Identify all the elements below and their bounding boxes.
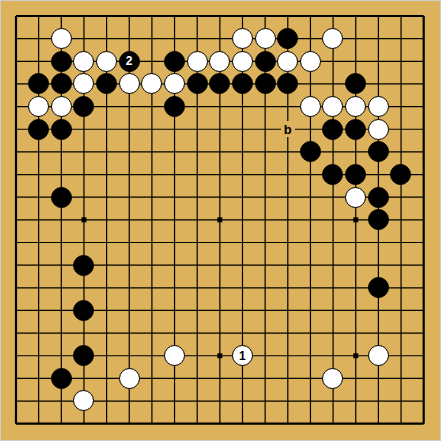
intersection bbox=[254, 208, 277, 231]
intersection bbox=[50, 231, 73, 254]
intersection bbox=[27, 299, 50, 322]
intersection bbox=[276, 322, 299, 345]
intersection bbox=[231, 118, 254, 141]
intersection bbox=[412, 367, 435, 390]
intersection bbox=[299, 186, 322, 209]
black-stone bbox=[255, 51, 276, 72]
black-stone bbox=[73, 255, 94, 276]
intersection bbox=[27, 208, 50, 231]
intersection bbox=[231, 186, 254, 209]
intersection bbox=[95, 73, 118, 96]
black-stone bbox=[322, 164, 343, 185]
intersection bbox=[186, 299, 209, 322]
intersection bbox=[276, 390, 299, 413]
intersection bbox=[5, 95, 28, 118]
black-stone bbox=[368, 187, 389, 208]
intersection bbox=[50, 367, 73, 390]
white-stone bbox=[51, 28, 72, 49]
intersection bbox=[367, 95, 390, 118]
intersection bbox=[50, 5, 73, 28]
intersection bbox=[186, 186, 209, 209]
intersection bbox=[141, 5, 164, 28]
intersection bbox=[118, 208, 141, 231]
intersection bbox=[367, 186, 390, 209]
intersection bbox=[276, 367, 299, 390]
intersection bbox=[322, 344, 345, 367]
intersection bbox=[95, 118, 118, 141]
intersection bbox=[390, 95, 413, 118]
intersection bbox=[5, 118, 28, 141]
intersection bbox=[50, 412, 73, 435]
intersection bbox=[163, 5, 186, 28]
black-stone bbox=[345, 73, 366, 94]
intersection bbox=[367, 27, 390, 50]
intersection bbox=[73, 412, 96, 435]
white-stone bbox=[164, 73, 185, 94]
black-stone bbox=[28, 119, 49, 140]
intersection bbox=[163, 390, 186, 413]
intersection bbox=[344, 254, 367, 277]
black-stone bbox=[51, 187, 72, 208]
intersection bbox=[141, 276, 164, 299]
intersection bbox=[73, 163, 96, 186]
intersection bbox=[95, 208, 118, 231]
intersection bbox=[299, 95, 322, 118]
intersection bbox=[299, 254, 322, 277]
intersection bbox=[231, 254, 254, 277]
point-label-b: b bbox=[281, 121, 295, 137]
intersection bbox=[322, 141, 345, 164]
intersection bbox=[186, 254, 209, 277]
intersection bbox=[73, 276, 96, 299]
intersection bbox=[141, 95, 164, 118]
intersection bbox=[276, 208, 299, 231]
intersection bbox=[95, 27, 118, 50]
intersection bbox=[344, 344, 367, 367]
intersection bbox=[412, 254, 435, 277]
white-stone bbox=[322, 96, 343, 117]
intersection bbox=[254, 118, 277, 141]
intersection bbox=[231, 412, 254, 435]
white-stone bbox=[73, 51, 94, 72]
intersection bbox=[118, 276, 141, 299]
black-stone bbox=[51, 73, 72, 94]
intersection bbox=[276, 5, 299, 28]
intersection bbox=[322, 5, 345, 28]
black-stone bbox=[345, 119, 366, 140]
intersection bbox=[322, 412, 345, 435]
intersection bbox=[322, 163, 345, 186]
intersection bbox=[254, 299, 277, 322]
intersection bbox=[5, 163, 28, 186]
intersection bbox=[231, 367, 254, 390]
intersection bbox=[27, 73, 50, 96]
white-stone-move-1: 1 bbox=[232, 345, 253, 366]
intersection bbox=[390, 367, 413, 390]
intersection bbox=[254, 27, 277, 50]
intersection bbox=[254, 231, 277, 254]
intersection bbox=[50, 186, 73, 209]
intersection bbox=[254, 412, 277, 435]
intersection bbox=[50, 322, 73, 345]
intersection bbox=[27, 27, 50, 50]
intersection bbox=[73, 208, 96, 231]
intersection bbox=[299, 163, 322, 186]
white-stone bbox=[141, 73, 162, 94]
intersection bbox=[5, 208, 28, 231]
intersection bbox=[367, 276, 390, 299]
intersection bbox=[344, 299, 367, 322]
intersection bbox=[344, 141, 367, 164]
intersection bbox=[231, 95, 254, 118]
black-stone bbox=[209, 73, 230, 94]
white-stone bbox=[368, 119, 389, 140]
white-stone bbox=[232, 28, 253, 49]
intersection bbox=[254, 254, 277, 277]
intersection bbox=[186, 322, 209, 345]
intersection bbox=[118, 367, 141, 390]
intersection bbox=[231, 73, 254, 96]
intersection bbox=[254, 367, 277, 390]
black-stone bbox=[164, 51, 185, 72]
intersection bbox=[5, 412, 28, 435]
intersection bbox=[412, 5, 435, 28]
intersection bbox=[231, 322, 254, 345]
intersection bbox=[5, 322, 28, 345]
intersection bbox=[276, 276, 299, 299]
intersection bbox=[50, 163, 73, 186]
intersection bbox=[118, 118, 141, 141]
intersection bbox=[390, 231, 413, 254]
intersection bbox=[412, 276, 435, 299]
intersection bbox=[5, 5, 28, 28]
intersection bbox=[95, 186, 118, 209]
white-stone bbox=[187, 51, 208, 72]
intersection bbox=[27, 390, 50, 413]
intersection bbox=[118, 322, 141, 345]
intersection bbox=[73, 95, 96, 118]
intersection bbox=[50, 50, 73, 73]
intersection bbox=[208, 254, 231, 277]
white-stone bbox=[73, 73, 94, 94]
intersection bbox=[73, 73, 96, 96]
intersection bbox=[367, 322, 390, 345]
intersection bbox=[73, 27, 96, 50]
intersection bbox=[95, 231, 118, 254]
intersection bbox=[276, 231, 299, 254]
black-stone bbox=[390, 164, 411, 185]
intersection bbox=[367, 412, 390, 435]
intersection bbox=[322, 322, 345, 345]
intersection bbox=[299, 73, 322, 96]
intersection bbox=[412, 141, 435, 164]
intersection bbox=[163, 163, 186, 186]
intersection bbox=[186, 118, 209, 141]
intersection bbox=[208, 231, 231, 254]
intersection bbox=[27, 95, 50, 118]
intersection bbox=[322, 254, 345, 277]
intersection bbox=[5, 299, 28, 322]
intersection bbox=[231, 5, 254, 28]
intersection bbox=[390, 141, 413, 164]
intersection bbox=[276, 163, 299, 186]
intersection bbox=[367, 390, 390, 413]
black-stone bbox=[368, 141, 389, 162]
intersection bbox=[299, 50, 322, 73]
intersection bbox=[5, 367, 28, 390]
intersection bbox=[73, 141, 96, 164]
intersection bbox=[118, 299, 141, 322]
intersection bbox=[118, 73, 141, 96]
intersection bbox=[299, 299, 322, 322]
black-stone bbox=[277, 28, 298, 49]
intersection: 2 bbox=[118, 50, 141, 73]
white-stone bbox=[232, 51, 253, 72]
intersection bbox=[322, 27, 345, 50]
intersection bbox=[141, 299, 164, 322]
intersection bbox=[367, 344, 390, 367]
intersection bbox=[50, 390, 73, 413]
intersection bbox=[5, 50, 28, 73]
intersection bbox=[163, 344, 186, 367]
intersection bbox=[208, 367, 231, 390]
intersection bbox=[141, 322, 164, 345]
intersection bbox=[299, 322, 322, 345]
intersection bbox=[254, 276, 277, 299]
intersection bbox=[299, 390, 322, 413]
black-stone bbox=[277, 73, 298, 94]
black-stone bbox=[300, 141, 321, 162]
intersection bbox=[344, 95, 367, 118]
black-stone bbox=[51, 51, 72, 72]
intersection bbox=[390, 186, 413, 209]
intersection bbox=[118, 412, 141, 435]
intersection bbox=[118, 186, 141, 209]
intersection: b bbox=[276, 118, 299, 141]
intersection bbox=[186, 208, 209, 231]
intersection bbox=[208, 5, 231, 28]
white-stone bbox=[345, 187, 366, 208]
intersection bbox=[163, 322, 186, 345]
intersection bbox=[27, 412, 50, 435]
intersection bbox=[208, 299, 231, 322]
intersection bbox=[186, 412, 209, 435]
intersection bbox=[163, 186, 186, 209]
intersection bbox=[412, 50, 435, 73]
intersection bbox=[95, 141, 118, 164]
intersection bbox=[390, 118, 413, 141]
intersection bbox=[208, 50, 231, 73]
intersection bbox=[141, 163, 164, 186]
intersection bbox=[163, 299, 186, 322]
intersection bbox=[5, 390, 28, 413]
intersection bbox=[344, 231, 367, 254]
intersection bbox=[231, 27, 254, 50]
intersection bbox=[141, 208, 164, 231]
intersection bbox=[27, 367, 50, 390]
intersection bbox=[50, 254, 73, 277]
intersection bbox=[118, 254, 141, 277]
black-stone bbox=[255, 73, 276, 94]
intersection bbox=[276, 412, 299, 435]
intersection bbox=[141, 367, 164, 390]
intersection bbox=[186, 73, 209, 96]
intersection bbox=[344, 118, 367, 141]
intersection bbox=[163, 73, 186, 96]
intersection bbox=[231, 231, 254, 254]
intersection bbox=[367, 254, 390, 277]
intersection bbox=[231, 276, 254, 299]
intersection bbox=[344, 73, 367, 96]
intersection bbox=[367, 367, 390, 390]
intersection bbox=[344, 390, 367, 413]
intersection bbox=[254, 141, 277, 164]
intersection bbox=[141, 141, 164, 164]
black-stone bbox=[28, 73, 49, 94]
intersection bbox=[390, 208, 413, 231]
intersection bbox=[367, 299, 390, 322]
intersection bbox=[231, 141, 254, 164]
go-board: 2b1 bbox=[0, 0, 441, 441]
intersection bbox=[50, 73, 73, 96]
intersection bbox=[73, 50, 96, 73]
intersection bbox=[95, 5, 118, 28]
black-stone bbox=[51, 368, 72, 389]
white-stone bbox=[51, 96, 72, 117]
intersection bbox=[276, 95, 299, 118]
intersection bbox=[163, 231, 186, 254]
white-stone bbox=[119, 73, 140, 94]
intersection bbox=[141, 412, 164, 435]
intersection bbox=[27, 276, 50, 299]
intersection bbox=[299, 276, 322, 299]
intersection bbox=[27, 163, 50, 186]
black-stone bbox=[73, 345, 94, 366]
intersection bbox=[141, 390, 164, 413]
black-stone bbox=[73, 96, 94, 117]
intersection bbox=[50, 208, 73, 231]
black-stone bbox=[368, 277, 389, 298]
intersection bbox=[412, 299, 435, 322]
intersection bbox=[390, 163, 413, 186]
intersection bbox=[163, 276, 186, 299]
black-stone-move-2: 2 bbox=[119, 51, 140, 72]
intersection bbox=[186, 276, 209, 299]
intersection bbox=[299, 118, 322, 141]
intersection bbox=[141, 73, 164, 96]
intersection bbox=[50, 118, 73, 141]
intersection bbox=[367, 208, 390, 231]
intersection bbox=[163, 95, 186, 118]
intersection bbox=[412, 73, 435, 96]
intersection bbox=[95, 276, 118, 299]
intersection bbox=[299, 412, 322, 435]
intersection bbox=[118, 95, 141, 118]
intersection bbox=[299, 27, 322, 50]
intersection bbox=[50, 27, 73, 50]
intersection bbox=[95, 50, 118, 73]
intersection bbox=[276, 73, 299, 96]
intersection bbox=[5, 186, 28, 209]
intersection bbox=[254, 50, 277, 73]
intersection bbox=[50, 299, 73, 322]
intersection bbox=[73, 118, 96, 141]
white-stone bbox=[164, 345, 185, 366]
intersection bbox=[118, 390, 141, 413]
intersection bbox=[390, 299, 413, 322]
intersection bbox=[344, 412, 367, 435]
intersection bbox=[73, 390, 96, 413]
intersection bbox=[344, 208, 367, 231]
white-stone bbox=[73, 390, 94, 411]
intersection bbox=[208, 163, 231, 186]
intersection bbox=[50, 344, 73, 367]
white-stone bbox=[209, 51, 230, 72]
white-stone bbox=[322, 28, 343, 49]
intersection bbox=[118, 344, 141, 367]
intersection bbox=[276, 50, 299, 73]
intersection bbox=[186, 231, 209, 254]
intersection bbox=[412, 163, 435, 186]
intersection bbox=[412, 208, 435, 231]
intersection bbox=[231, 299, 254, 322]
intersection bbox=[231, 50, 254, 73]
intersection bbox=[367, 5, 390, 28]
intersection bbox=[95, 163, 118, 186]
intersection bbox=[163, 412, 186, 435]
intersection bbox=[344, 50, 367, 73]
intersection bbox=[186, 344, 209, 367]
intersection bbox=[412, 390, 435, 413]
intersection bbox=[27, 50, 50, 73]
intersection bbox=[254, 73, 277, 96]
white-stone bbox=[368, 345, 389, 366]
white-stone bbox=[96, 51, 117, 72]
black-stone bbox=[73, 300, 94, 321]
intersection bbox=[412, 118, 435, 141]
white-stone bbox=[28, 96, 49, 117]
intersection bbox=[73, 5, 96, 28]
intersection bbox=[208, 344, 231, 367]
intersection bbox=[208, 412, 231, 435]
intersection bbox=[95, 344, 118, 367]
intersection bbox=[163, 367, 186, 390]
intersection bbox=[95, 95, 118, 118]
intersection bbox=[390, 50, 413, 73]
intersection bbox=[27, 344, 50, 367]
intersection bbox=[73, 231, 96, 254]
intersection bbox=[254, 186, 277, 209]
intersection bbox=[163, 50, 186, 73]
intersection bbox=[141, 27, 164, 50]
intersection bbox=[390, 390, 413, 413]
intersection bbox=[141, 344, 164, 367]
intersection bbox=[5, 231, 28, 254]
intersection bbox=[27, 186, 50, 209]
intersection bbox=[118, 27, 141, 50]
intersection bbox=[322, 73, 345, 96]
intersection bbox=[390, 73, 413, 96]
intersection bbox=[412, 344, 435, 367]
intersection bbox=[322, 390, 345, 413]
intersection bbox=[118, 231, 141, 254]
intersection bbox=[231, 163, 254, 186]
intersection bbox=[367, 50, 390, 73]
intersection bbox=[276, 254, 299, 277]
intersection bbox=[390, 344, 413, 367]
intersection bbox=[344, 276, 367, 299]
intersection bbox=[254, 390, 277, 413]
